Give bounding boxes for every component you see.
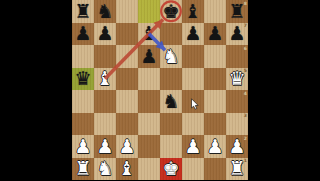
square-c2[interactable]: ♟	[116, 135, 138, 158]
square-d8-last-move-from[interactable]	[138, 0, 160, 23]
piece-white-king-e1[interactable]: ♚	[162, 159, 179, 178]
piece-black-pawn-d6[interactable]: ♟	[140, 47, 157, 66]
piece-white-pawn-f2[interactable]: ♟	[184, 137, 201, 156]
square-c5[interactable]	[116, 68, 138, 91]
square-d2[interactable]	[138, 135, 160, 158]
square-g8[interactable]	[204, 0, 226, 23]
square-g2[interactable]: ♟	[204, 135, 226, 158]
square-e2[interactable]	[160, 135, 182, 158]
rank-coordinate-4: 4	[244, 91, 247, 96]
square-a1[interactable]: ♜	[72, 158, 94, 181]
letterbox-right	[248, 0, 320, 180]
square-d5[interactable]	[138, 68, 160, 91]
square-f2[interactable]: ♟	[182, 135, 204, 158]
piece-black-queen-a5[interactable]: ♛	[74, 69, 91, 88]
square-g4[interactable]	[204, 90, 226, 113]
rank-coordinate-1: 1	[244, 158, 247, 163]
rank-coordinate-7: 7	[244, 23, 247, 28]
square-f4[interactable]	[182, 90, 204, 113]
square-e4[interactable]: ♞	[160, 90, 182, 113]
screenshot-root: ♜♞♚♝8♜♟♟♝♟♟7♟♟♞6♛♝5♛♞43♟♟♟♟♟2♟♜♞♝♚1♜	[0, 0, 320, 180]
square-c8[interactable]	[116, 0, 138, 23]
square-g6[interactable]	[204, 45, 226, 68]
piece-white-bishop-b5[interactable]: ♝	[96, 69, 113, 88]
square-b6[interactable]	[94, 45, 116, 68]
piece-white-pawn-c2[interactable]: ♟	[118, 137, 135, 156]
square-e8[interactable]: ♚	[160, 0, 182, 23]
square-g5[interactable]	[204, 68, 226, 91]
square-g3[interactable]	[204, 113, 226, 136]
square-h3[interactable]: 3	[226, 113, 248, 136]
piece-black-pawn-a7[interactable]: ♟	[74, 24, 91, 43]
square-h5[interactable]: 5♛	[226, 68, 248, 91]
square-e3[interactable]	[160, 113, 182, 136]
letterbox-left	[0, 0, 72, 180]
square-a6[interactable]	[72, 45, 94, 68]
square-d7[interactable]: ♝	[138, 23, 160, 46]
square-b4[interactable]	[94, 90, 116, 113]
square-b5[interactable]: ♝	[94, 68, 116, 91]
square-e5[interactable]	[160, 68, 182, 91]
square-h8[interactable]: 8♜	[226, 0, 248, 23]
piece-black-pawn-b7[interactable]: ♟	[96, 24, 113, 43]
square-h4[interactable]: 4	[226, 90, 248, 113]
square-h1[interactable]: 1♜	[226, 158, 248, 181]
square-g7[interactable]: ♟	[204, 23, 226, 46]
piece-white-knight-b1[interactable]: ♞	[96, 159, 113, 178]
piece-black-knight-e4[interactable]: ♞	[162, 92, 179, 111]
square-a8[interactable]: ♜	[72, 0, 94, 23]
square-b1[interactable]: ♞	[94, 158, 116, 181]
square-h2[interactable]: 2♟	[226, 135, 248, 158]
piece-white-pawn-g2[interactable]: ♟	[206, 137, 223, 156]
rank-coordinate-3: 3	[244, 113, 247, 118]
square-e6[interactable]: ♞	[160, 45, 182, 68]
rank-coordinate-6: 6	[244, 46, 247, 51]
square-f8[interactable]: ♝	[182, 0, 204, 23]
square-e1-check[interactable]: ♚	[160, 158, 182, 181]
rank-coordinate-5: 5	[244, 68, 247, 73]
piece-black-pawn-f7[interactable]: ♟	[184, 24, 201, 43]
square-g1[interactable]	[204, 158, 226, 181]
square-c1[interactable]: ♝	[116, 158, 138, 181]
piece-white-bishop-c1[interactable]: ♝	[118, 159, 135, 178]
square-f3[interactable]	[182, 113, 204, 136]
piece-white-pawn-b2[interactable]: ♟	[96, 137, 113, 156]
square-h6[interactable]: 6	[226, 45, 248, 68]
square-d3[interactable]	[138, 113, 160, 136]
square-a5-last-move-to[interactable]: ♛	[72, 68, 94, 91]
chess-board: ♜♞♚♝8♜♟♟♝♟♟7♟♟♞6♛♝5♛♞43♟♟♟♟♟2♟♜♞♝♚1♜	[72, 0, 248, 180]
square-c7[interactable]	[116, 23, 138, 46]
square-f7[interactable]: ♟	[182, 23, 204, 46]
square-d4[interactable]	[138, 90, 160, 113]
piece-white-knight-e6[interactable]: ♞	[162, 47, 179, 66]
square-b2[interactable]: ♟	[94, 135, 116, 158]
piece-black-bishop-f8[interactable]: ♝	[184, 2, 201, 21]
square-c4[interactable]	[116, 90, 138, 113]
square-a3[interactable]	[72, 113, 94, 136]
square-b3[interactable]	[94, 113, 116, 136]
piece-black-knight-b8[interactable]: ♞	[96, 2, 113, 21]
square-c3[interactable]	[116, 113, 138, 136]
square-d1[interactable]	[138, 158, 160, 181]
square-d6[interactable]: ♟	[138, 45, 160, 68]
piece-black-rook-a8[interactable]: ♜	[74, 2, 91, 21]
rank-coordinate-8: 8	[244, 1, 247, 6]
piece-black-king-e8[interactable]: ♚	[162, 2, 179, 21]
square-a2[interactable]: ♟	[72, 135, 94, 158]
piece-white-pawn-a2[interactable]: ♟	[74, 137, 91, 156]
piece-black-bishop-d7[interactable]: ♝	[140, 24, 157, 43]
square-a4[interactable]	[72, 90, 94, 113]
piece-black-pawn-g7[interactable]: ♟	[206, 24, 223, 43]
square-b7[interactable]: ♟	[94, 23, 116, 46]
square-b8[interactable]: ♞	[94, 0, 116, 23]
rank-coordinate-2: 2	[244, 136, 247, 141]
square-h7[interactable]: 7♟	[226, 23, 248, 46]
square-c6[interactable]	[116, 45, 138, 68]
square-a7[interactable]: ♟	[72, 23, 94, 46]
square-f1[interactable]	[182, 158, 204, 181]
square-f6[interactable]	[182, 45, 204, 68]
square-f5[interactable]	[182, 68, 204, 91]
square-e7[interactable]	[160, 23, 182, 46]
piece-white-rook-a1[interactable]: ♜	[74, 159, 91, 178]
